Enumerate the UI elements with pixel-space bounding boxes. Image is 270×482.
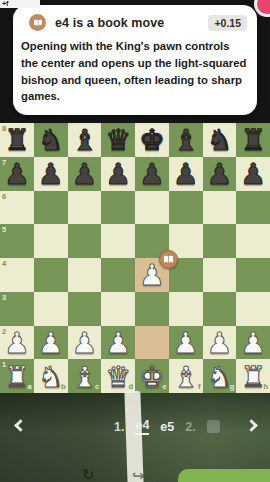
square-b2[interactable]: ♟ [34,326,68,360]
piece-black-rook-a8[interactable]: ♜ [4,124,30,157]
piece-black-pawn-g7[interactable]: ♟ [206,158,232,191]
square-a2[interactable]: 2♟ [0,326,34,360]
evaluation-badge: +0.15 [208,15,247,31]
piece-white-pawn-b2[interactable]: ♟ [38,327,64,360]
book-icon [29,14,46,31]
square-c7[interactable]: ♟ [68,157,102,191]
piece-white-pawn-f2[interactable]: ♟ [173,327,199,360]
piece-black-knight-b8[interactable]: ♞ [38,124,64,157]
square-h6[interactable] [236,191,270,225]
book-move-badge-icon [159,250,178,269]
move-e5[interactable]: e5 [160,420,174,434]
piece-black-rook-h8[interactable]: ♜ [240,124,266,157]
square-f6[interactable] [169,191,203,225]
rank-label-6: 6 [2,193,6,201]
square-d8[interactable]: ♛ [101,123,135,157]
piece-black-bishop-c8[interactable]: ♝ [71,124,97,157]
move-e4-current[interactable]: e4 [135,418,149,435]
piece-white-rook-h1[interactable]: ♜ [240,361,266,394]
square-e8[interactable]: ♚ [135,123,169,157]
square-f1[interactable]: f♝ [169,359,203,393]
square-h5[interactable] [236,224,270,258]
square-a1[interactable]: 1a♜ [0,359,34,393]
piece-white-pawn-c2[interactable]: ♟ [71,327,97,360]
square-c3[interactable] [68,292,102,326]
square-d6[interactable] [101,191,135,225]
square-a7[interactable]: 7♟ [0,157,34,191]
square-b1[interactable]: b♞ [34,359,68,393]
square-d1[interactable]: d♛ [101,359,135,393]
square-c5[interactable] [68,224,102,258]
square-h7[interactable]: ♟ [236,157,270,191]
piece-white-bishop-f1[interactable]: ♝ [173,361,199,394]
square-g4[interactable] [203,258,237,292]
analysis-card-header: e4 is a book move +0.15 [13,5,257,31]
square-c4[interactable] [68,258,102,292]
square-c6[interactable] [68,191,102,225]
square-e7[interactable]: ♟ [135,157,169,191]
square-d3[interactable] [101,292,135,326]
square-f8[interactable]: ♝ [169,123,203,157]
app-screen: +f e4 is a book move +0.15 Opening with … [0,0,270,482]
rank-label-4: 4 [2,260,6,268]
share-icon[interactable]: ↪ [132,467,145,482]
square-f2[interactable]: ♟ [169,326,203,360]
square-d7[interactable]: ♟ [101,157,135,191]
square-e6[interactable] [135,191,169,225]
status-strip: +f [0,0,40,8]
piece-black-queen-d8[interactable]: ♛ [105,124,131,157]
piece-white-king-e1[interactable]: ♚ [139,361,165,394]
square-c8[interactable]: ♝ [68,123,102,157]
square-g2[interactable]: ♟ [203,326,237,360]
piece-white-pawn-h2[interactable]: ♟ [240,327,266,360]
rank-label-3: 3 [2,294,6,302]
analysis-description: Opening with the King's pawn controls th… [13,31,257,105]
square-a4[interactable]: 4 [0,258,34,292]
piece-black-knight-g8[interactable]: ♞ [206,124,232,157]
piece-white-rook-a1[interactable]: ♜ [4,361,30,394]
analysis-card: e4 is a book move +0.15 Opening with the… [13,5,257,115]
square-h4[interactable] [236,258,270,292]
square-g8[interactable]: ♞ [203,123,237,157]
square-h2[interactable]: ♟ [236,326,270,360]
piece-black-bishop-f8[interactable]: ♝ [173,124,199,157]
piece-white-queen-d1[interactable]: ♛ [105,361,131,394]
piece-white-pawn-a2[interactable]: ♟ [4,327,30,360]
piece-white-pawn-d2[interactable]: ♟ [105,327,131,360]
square-b8[interactable]: ♞ [34,123,68,157]
move-number-next: 2. [185,420,195,434]
square-b5[interactable] [34,224,68,258]
square-b6[interactable] [34,191,68,225]
piece-white-pawn-g2[interactable]: ♟ [206,327,232,360]
square-h3[interactable] [236,292,270,326]
piece-black-pawn-d7[interactable]: ♟ [105,158,131,191]
piece-black-pawn-f7[interactable]: ♟ [173,158,199,191]
piece-black-pawn-c7[interactable]: ♟ [71,158,97,191]
move-ghost[interactable] [207,420,220,433]
square-g3[interactable] [203,292,237,326]
rank-label-5: 5 [2,226,6,234]
piece-black-pawn-a7[interactable]: ♟ [4,158,30,191]
piece-black-pawn-h7[interactable]: ♟ [240,158,266,191]
square-e3[interactable] [135,292,169,326]
square-c2[interactable]: ♟ [68,326,102,360]
square-d4[interactable] [101,258,135,292]
square-e2[interactable] [135,326,169,360]
square-g1[interactable]: g♞ [203,359,237,393]
piece-black-pawn-b7[interactable]: ♟ [38,158,64,191]
square-d5[interactable] [101,224,135,258]
square-d2[interactable]: ♟ [101,326,135,360]
chess-board: 8♜♞♝♛♚♝♞♜7♟♟♟♟♟♟♟♟654♟32♟♟♟♟♟♟♟1a♜b♞c♝d♛… [0,123,270,393]
square-a8[interactable]: 8♜ [0,123,34,157]
piece-white-knight-b1[interactable]: ♞ [38,361,64,394]
replay-icon[interactable]: ↻ [82,466,95,482]
square-c1[interactable]: c♝ [68,359,102,393]
piece-white-bishop-c1[interactable]: ♝ [71,361,97,394]
move-number: 1. [114,420,124,434]
square-h8[interactable]: ♜ [236,123,270,157]
analysis-title: e4 is a book move [55,16,208,30]
square-a6[interactable]: 6 [0,191,34,225]
square-a5[interactable]: 5 [0,224,34,258]
piece-white-knight-g1[interactable]: ♞ [206,361,232,394]
square-g5[interactable] [203,224,237,258]
piece-black-king-e8[interactable]: ♚ [139,124,165,157]
square-a3[interactable]: 3 [0,292,34,326]
square-h1[interactable]: h♜ [236,359,270,393]
square-g6[interactable] [203,191,237,225]
square-e1[interactable]: e♚ [135,359,169,393]
square-b7[interactable]: ♟ [34,157,68,191]
cta-button[interactable] [178,469,270,482]
square-g7[interactable]: ♟ [203,157,237,191]
square-b3[interactable] [34,292,68,326]
square-b4[interactable] [34,258,68,292]
square-f3[interactable] [169,292,203,326]
move-list: 1. e4 e5 2. [114,418,220,435]
square-f7[interactable]: ♟ [169,157,203,191]
piece-black-pawn-e7[interactable]: ♟ [139,158,165,191]
